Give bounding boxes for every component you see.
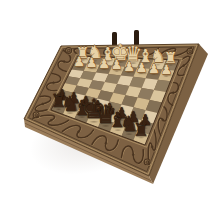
hinge: [134, 30, 139, 46]
chess-board: [0, 0, 220, 200]
chess-set-photo: ♜♞♝♛♚♝♞♜♟♟♟♟♟♟♟♟♟♟♟♟♟♟♟♟♜♞♝♛♚♝♞♜: [0, 0, 220, 200]
